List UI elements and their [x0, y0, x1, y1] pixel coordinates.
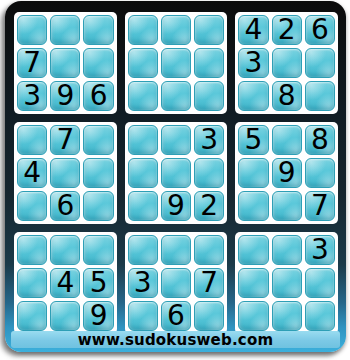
cell-r2c4[interactable] [128, 48, 158, 78]
cell-r1c8: 2 [272, 15, 302, 45]
cell-r5c5[interactable] [161, 158, 191, 188]
cell-r3c8: 8 [272, 81, 302, 111]
cell-r6c2: 6 [50, 191, 80, 221]
cell-r7c1[interactable] [17, 235, 47, 265]
cell-r7c5[interactable] [161, 235, 191, 265]
footer-bar: www.sudokusweb.com [11, 331, 340, 348]
cell-r4c3[interactable] [83, 125, 113, 155]
cell-r8c7[interactable] [238, 268, 268, 298]
sudoku-grid: 73964263874639258974593763 [14, 12, 338, 330]
cell-r7c2[interactable] [50, 235, 80, 265]
sudoku-board: 73964263874639258974593763 www.sudokuswe… [5, 1, 346, 352]
cell-r3c9[interactable] [305, 81, 335, 111]
cell-r4c8[interactable] [272, 125, 302, 155]
cell-r5c8: 9 [272, 158, 302, 188]
cell-r3c5[interactable] [161, 81, 191, 111]
cell-r7c8[interactable] [272, 235, 302, 265]
cell-r4c9: 8 [305, 125, 335, 155]
cell-r3c7[interactable] [238, 81, 268, 111]
cell-r9c8[interactable] [272, 301, 302, 331]
cell-r6c1[interactable] [17, 191, 47, 221]
cell-r8c6: 7 [194, 268, 224, 298]
cell-r2c2[interactable] [50, 48, 80, 78]
cell-r1c7: 4 [238, 15, 268, 45]
cell-r1c5[interactable] [161, 15, 191, 45]
cell-r1c2[interactable] [50, 15, 80, 45]
block-r3c3: 3 [235, 232, 338, 334]
cell-r8c3: 5 [83, 268, 113, 298]
block-r2c2: 392 [125, 122, 228, 224]
cell-r7c6[interactable] [194, 235, 224, 265]
cell-r1c9: 6 [305, 15, 335, 45]
cell-r9c1[interactable] [17, 301, 47, 331]
cell-r5c3[interactable] [83, 158, 113, 188]
cell-r5c9[interactable] [305, 158, 335, 188]
cell-r2c9[interactable] [305, 48, 335, 78]
cell-r9c2[interactable] [50, 301, 80, 331]
cell-r4c6: 3 [194, 125, 224, 155]
cell-r8c8[interactable] [272, 268, 302, 298]
cell-r5c4[interactable] [128, 158, 158, 188]
cell-r3c3: 6 [83, 81, 113, 111]
cell-r1c4[interactable] [128, 15, 158, 45]
cell-r2c1: 7 [17, 48, 47, 78]
cell-r9c3: 9 [83, 301, 113, 331]
cell-r2c8[interactable] [272, 48, 302, 78]
cell-r2c5[interactable] [161, 48, 191, 78]
cell-r7c7[interactable] [238, 235, 268, 265]
cell-r6c6: 2 [194, 191, 224, 221]
cell-r6c3[interactable] [83, 191, 113, 221]
cell-r5c2[interactable] [50, 158, 80, 188]
cell-r3c2: 9 [50, 81, 80, 111]
cell-r9c4[interactable] [128, 301, 158, 331]
cell-r7c3[interactable] [83, 235, 113, 265]
cell-r9c7[interactable] [238, 301, 268, 331]
cell-r8c2: 4 [50, 268, 80, 298]
cell-r4c7: 5 [238, 125, 268, 155]
cell-r2c6[interactable] [194, 48, 224, 78]
cell-r7c4[interactable] [128, 235, 158, 265]
cell-r7c9: 3 [305, 235, 335, 265]
cell-r6c9: 7 [305, 191, 335, 221]
cell-r3c1: 3 [17, 81, 47, 111]
cell-r4c1[interactable] [17, 125, 47, 155]
cell-r9c6[interactable] [194, 301, 224, 331]
cell-r8c9[interactable] [305, 268, 335, 298]
website-url: www.sudokusweb.com [78, 331, 273, 349]
cell-r5c1: 4 [17, 158, 47, 188]
cell-r4c4[interactable] [128, 125, 158, 155]
cell-r6c8[interactable] [272, 191, 302, 221]
cell-r8c1[interactable] [17, 268, 47, 298]
block-r3c2: 376 [125, 232, 228, 334]
cell-r1c1[interactable] [17, 15, 47, 45]
cell-r2c7: 3 [238, 48, 268, 78]
cell-r8c4: 3 [128, 268, 158, 298]
cell-r9c9[interactable] [305, 301, 335, 331]
block-r2c3: 5897 [235, 122, 338, 224]
cell-r1c6[interactable] [194, 15, 224, 45]
cell-r6c4[interactable] [128, 191, 158, 221]
cell-r1c3[interactable] [83, 15, 113, 45]
block-r3c1: 459 [14, 232, 117, 334]
block-r2c1: 746 [14, 122, 117, 224]
block-r1c2 [125, 12, 228, 114]
cell-r5c6[interactable] [194, 158, 224, 188]
cell-r6c5: 9 [161, 191, 191, 221]
block-r1c3: 42638 [235, 12, 338, 114]
page-background: 73964263874639258974593763 www.sudokuswe… [0, 0, 350, 360]
block-r1c1: 7396 [14, 12, 117, 114]
cell-r2c3[interactable] [83, 48, 113, 78]
cell-r8c5[interactable] [161, 268, 191, 298]
cell-r9c5: 6 [161, 301, 191, 331]
cell-r5c7[interactable] [238, 158, 268, 188]
cell-r4c2: 7 [50, 125, 80, 155]
cell-r3c4[interactable] [128, 81, 158, 111]
cell-r3c6[interactable] [194, 81, 224, 111]
cell-r4c5[interactable] [161, 125, 191, 155]
cell-r6c7[interactable] [238, 191, 268, 221]
